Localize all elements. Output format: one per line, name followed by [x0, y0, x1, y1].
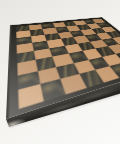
- photo-backdrop: [0, 0, 120, 144]
